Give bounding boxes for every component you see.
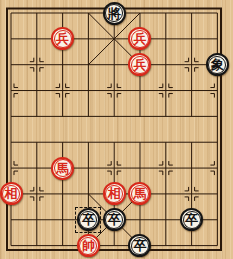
black-soldier[interactable]: 卒 [77, 208, 100, 231]
board-point[interactable] [204, 78, 230, 104]
board-point[interactable] [24, 207, 50, 233]
black-soldier-glyph: 卒 [108, 213, 121, 226]
black-soldier[interactable]: 卒 [180, 208, 203, 231]
board-point[interactable]: 象 [204, 52, 230, 78]
board-point[interactable]: 相 [0, 181, 24, 207]
board-point[interactable] [76, 129, 102, 155]
board-point[interactable] [153, 233, 179, 259]
board-point[interactable] [50, 0, 76, 26]
board-point[interactable] [50, 78, 76, 104]
board-point[interactable] [127, 78, 153, 104]
board-point[interactable] [24, 103, 50, 129]
board-point[interactable]: 卒 [101, 207, 127, 233]
red-horse[interactable]: 馬 [128, 182, 151, 205]
board-point[interactable] [24, 129, 50, 155]
black-soldier-glyph: 卒 [185, 213, 198, 226]
board-point[interactable]: 兵 [50, 26, 76, 52]
board-point[interactable] [50, 207, 76, 233]
black-soldier-glyph: 卒 [133, 239, 146, 252]
board-point[interactable] [101, 26, 127, 52]
board-point[interactable] [0, 207, 24, 233]
board-point[interactable]: 卒 [127, 233, 153, 259]
board-point[interactable] [101, 155, 127, 181]
xiangqi-board: 將兵兵兵象馬相相馬卒卒卒帥卒 [0, 0, 233, 259]
black-elephant[interactable]: 象 [206, 53, 229, 76]
board-point[interactable] [0, 103, 24, 129]
board-point[interactable] [76, 155, 102, 181]
board-point[interactable] [50, 181, 76, 207]
board-point[interactable] [179, 181, 205, 207]
board-point[interactable] [153, 181, 179, 207]
board-point[interactable] [179, 129, 205, 155]
board-point[interactable] [24, 78, 50, 104]
board-point[interactable] [153, 103, 179, 129]
board-point[interactable] [50, 129, 76, 155]
board-point[interactable] [24, 0, 50, 26]
board-point[interactable] [101, 129, 127, 155]
board-point[interactable] [127, 155, 153, 181]
board-point[interactable] [50, 103, 76, 129]
board-point[interactable] [179, 26, 205, 52]
black-soldier[interactable]: 卒 [128, 234, 151, 257]
red-elephant-glyph: 相 [5, 187, 18, 200]
board-point[interactable] [24, 233, 50, 259]
board-point[interactable] [24, 52, 50, 78]
board-point[interactable] [0, 233, 24, 259]
board-point[interactable] [76, 26, 102, 52]
board-point[interactable] [24, 181, 50, 207]
board-point[interactable] [153, 26, 179, 52]
red-elephant[interactable]: 相 [0, 182, 23, 205]
board-point[interactable] [179, 103, 205, 129]
board-point[interactable] [204, 103, 230, 129]
board-point[interactable] [76, 52, 102, 78]
board-point[interactable] [0, 26, 24, 52]
red-elephant-glyph: 相 [108, 187, 121, 200]
board-point[interactable] [127, 103, 153, 129]
board-point[interactable] [153, 155, 179, 181]
board-point[interactable] [204, 233, 230, 259]
board-point[interactable] [204, 207, 230, 233]
board-point[interactable] [153, 129, 179, 155]
board-point[interactable] [127, 207, 153, 233]
board-point[interactable] [179, 52, 205, 78]
board-point[interactable] [0, 155, 24, 181]
board-point[interactable] [101, 103, 127, 129]
board-point[interactable] [179, 155, 205, 181]
board-point[interactable] [76, 78, 102, 104]
board-grid: 將兵兵兵象馬相相馬卒卒卒帥卒 [0, 0, 230, 258]
board-point[interactable] [153, 52, 179, 78]
board-point[interactable] [50, 52, 76, 78]
board-point[interactable] [24, 155, 50, 181]
board-point[interactable] [101, 233, 127, 259]
board-point[interactable] [0, 52, 24, 78]
board-point[interactable] [204, 129, 230, 155]
board-point[interactable] [101, 52, 127, 78]
board-point[interactable]: 馬 [127, 181, 153, 207]
board-point[interactable] [153, 0, 179, 26]
red-horse-glyph: 馬 [56, 161, 69, 174]
board-point[interactable] [204, 181, 230, 207]
board-point[interactable] [179, 78, 205, 104]
board-point[interactable]: 帥 [76, 233, 102, 259]
board-point[interactable] [76, 0, 102, 26]
board-point[interactable] [204, 26, 230, 52]
board-point[interactable] [204, 0, 230, 26]
board-point[interactable] [0, 129, 24, 155]
board-point[interactable] [50, 233, 76, 259]
red-elephant[interactable]: 相 [103, 182, 126, 205]
board-point[interactable] [127, 129, 153, 155]
red-horse-glyph: 馬 [133, 187, 146, 200]
board-point[interactable]: 馬 [50, 155, 76, 181]
board-point[interactable]: 將 [101, 0, 127, 26]
black-general[interactable]: 將 [103, 2, 126, 25]
red-soldier-glyph: 兵 [56, 32, 69, 45]
red-general-glyph: 帥 [82, 239, 95, 252]
red-soldier-glyph: 兵 [133, 32, 146, 45]
black-elephant-glyph: 象 [211, 58, 224, 71]
board-point[interactable] [76, 181, 102, 207]
board-point[interactable] [153, 78, 179, 104]
black-general-glyph: 將 [108, 6, 121, 19]
board-point[interactable]: 兵 [127, 52, 153, 78]
board-point[interactable] [179, 0, 205, 26]
red-soldier[interactable]: 兵 [128, 27, 151, 50]
board-point[interactable] [101, 78, 127, 104]
board-point[interactable] [153, 207, 179, 233]
red-soldier[interactable]: 兵 [128, 53, 151, 76]
board-point[interactable]: 卒 [179, 207, 205, 233]
red-soldier[interactable]: 兵 [51, 27, 74, 50]
board-point[interactable] [179, 233, 205, 259]
board-point[interactable] [0, 78, 24, 104]
board-point[interactable]: 兵 [127, 26, 153, 52]
board-point[interactable]: 相 [101, 181, 127, 207]
board-point[interactable] [204, 155, 230, 181]
red-soldier-glyph: 兵 [133, 58, 146, 71]
red-horse[interactable]: 馬 [51, 157, 74, 180]
black-soldier[interactable]: 卒 [103, 208, 126, 231]
black-soldier-glyph: 卒 [82, 213, 95, 226]
board-point[interactable] [76, 103, 102, 129]
board-point[interactable] [24, 26, 50, 52]
board-point[interactable] [0, 0, 24, 26]
red-general[interactable]: 帥 [77, 234, 100, 257]
board-point[interactable] [127, 0, 153, 26]
board-point[interactable]: 卒 [76, 207, 102, 233]
